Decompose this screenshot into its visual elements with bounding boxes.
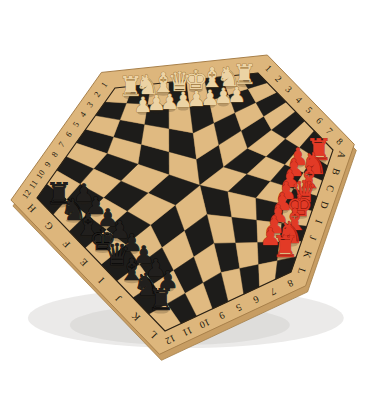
chess-piece-red-rook: ♜ (272, 229, 299, 264)
chess-piece-white-wood-pawn: ♟ (133, 93, 152, 117)
board-canvas: 12345678ABCDIJKL87659101112LKJIEFGH12111… (0, 0, 368, 400)
board-cell (232, 217, 258, 243)
three-player-chess-board-photo: 12345678ABCDIJKL87659101112LKJIEFGH12111… (0, 0, 368, 400)
board-cell (236, 242, 259, 268)
product-photo: 12345678ABCDIJKL87659101112LKJIEFGH12111… (0, 0, 368, 400)
chess-piece-black-rook: ♜ (147, 282, 174, 317)
